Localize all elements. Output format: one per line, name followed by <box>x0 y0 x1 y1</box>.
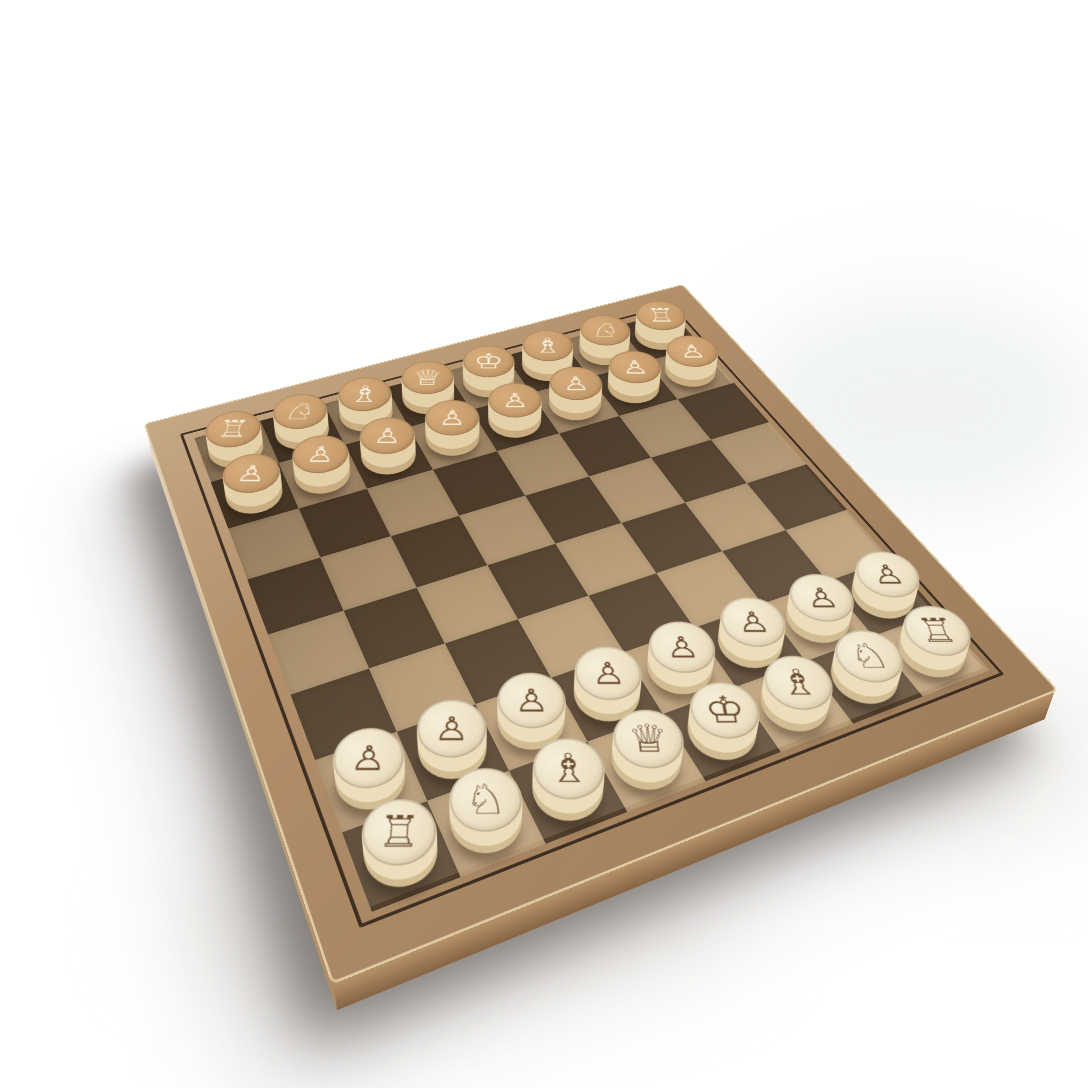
black-pawn-glyph: ♙ <box>372 425 402 446</box>
white-knight-glyph: ♘ <box>464 779 507 821</box>
white-pawn-glyph: ♙ <box>349 741 388 775</box>
white-rook-glyph: ♖ <box>913 614 962 647</box>
black-pawn-glyph: ♙ <box>678 342 707 360</box>
white-pawn-glyph: ♙ <box>734 608 772 636</box>
black-pawn-glyph: ♙ <box>305 443 336 464</box>
white-knight-glyph: ♘ <box>845 639 893 673</box>
white-bishop-glyph: ♗ <box>547 749 591 789</box>
black-pawn-glyph: ♙ <box>438 408 466 428</box>
white-pawn-glyph: ♙ <box>868 561 907 587</box>
white-pawn-glyph: ♙ <box>434 712 470 745</box>
white-bishop-glyph: ♗ <box>775 665 822 700</box>
white-pawn-glyph: ♙ <box>514 684 549 716</box>
black-knight-glyph: ♘ <box>590 320 621 340</box>
white-rook-glyph: ♖ <box>376 810 422 853</box>
black-pawn-glyph: ♙ <box>501 390 528 410</box>
white-king-glyph: ♔ <box>702 692 748 729</box>
white-pawn-glyph: ♙ <box>590 658 626 688</box>
black-bishop-glyph: ♗ <box>348 383 381 405</box>
black-bishop-glyph: ♗ <box>533 335 564 355</box>
white-pawn-glyph: ♙ <box>664 632 701 661</box>
black-rook-glyph: ♖ <box>214 417 251 441</box>
scene: ♖♘♗♕♔♗♘♖♙♙♙♙♙♙♙♙♙♙♙♙♙♙♙♙♖♘♗♕♔♗♘♖ <box>0 0 1088 1088</box>
black-pawn-glyph: ♙ <box>235 462 268 484</box>
black-king-glyph: ♔ <box>473 351 503 372</box>
white-pawn-glyph: ♙ <box>802 584 841 611</box>
black-pawn-glyph: ♙ <box>562 374 590 393</box>
photo-canvas: ♖♘♗♕♔♗♘♖♙♙♙♙♙♙♙♙♙♙♙♙♙♙♙♙♖♘♗♕♔♗♘♖ <box>0 0 1088 1088</box>
black-pawn-glyph: ♙ <box>621 358 650 376</box>
white-queen-glyph: ♕ <box>626 720 671 758</box>
black-knight-glyph: ♘ <box>282 400 317 423</box>
black-queen-glyph: ♕ <box>412 367 444 389</box>
black-rook-glyph: ♖ <box>645 306 677 325</box>
